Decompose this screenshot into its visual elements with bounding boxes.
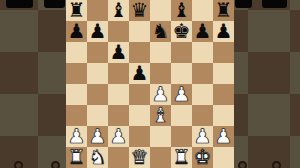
square-c5[interactable] [108,63,129,84]
square-f1[interactable]: ♜ [171,147,192,168]
black-rook[interactable]: ♜ [215,0,233,21]
square-h5[interactable] [213,63,234,84]
white-king[interactable]: ♚ [194,147,212,168]
white-rook[interactable]: ♜ [173,147,191,168]
square-f7[interactable]: ♚ [171,21,192,42]
square-f4[interactable]: ♟ [171,84,192,105]
black-pawn[interactable]: ♟ [89,21,107,42]
black-pawn[interactable]: ♟ [110,42,128,63]
black-pawn[interactable]: ♟ [68,21,86,42]
square-d8[interactable]: ♛ [129,0,150,21]
square-a7[interactable]: ♟ [66,21,87,42]
white-queen[interactable]: ♛ [131,147,149,168]
square-e1[interactable] [150,147,171,168]
square-f3[interactable] [171,105,192,126]
white-rook[interactable]: ♜ [68,147,86,168]
square-h6[interactable] [213,42,234,63]
square-a6[interactable] [66,42,87,63]
background-piece-top [272,161,281,168]
square-b6[interactable] [87,42,108,63]
square-e6[interactable] [150,42,171,63]
black-queen[interactable]: ♛ [131,0,149,21]
background-piece-top [14,161,23,168]
black-rook[interactable]: ♜ [68,0,86,21]
square-f6[interactable] [171,42,192,63]
square-d7[interactable] [129,21,150,42]
white-pawn[interactable]: ♟ [215,126,233,147]
background-piece-silhouette [262,0,287,8]
square-a4[interactable] [66,84,87,105]
background-piece-silhouette [235,0,252,8]
square-c6[interactable]: ♟ [108,42,129,63]
square-g1[interactable]: ♚ [192,147,213,168]
black-king[interactable]: ♚ [173,21,191,42]
white-pawn[interactable]: ♟ [173,84,191,105]
background-piece-silhouette [6,0,33,8]
square-b5[interactable] [87,63,108,84]
black-knight[interactable]: ♞ [152,21,170,42]
white-knight[interactable]: ♞ [89,147,107,168]
square-e3[interactable]: ♝ [150,105,171,126]
square-d4[interactable] [129,84,150,105]
square-c8[interactable]: ♝ [108,0,129,21]
background-piece-silhouette [44,0,65,8]
white-pawn[interactable]: ♟ [194,126,212,147]
square-c4[interactable] [108,84,129,105]
app-background: ♜♝♛♝♜♟♟♞♚♟♟♟♟♟♟♝♟♟♟♟♟♜♞♛♜♚ [0,0,300,168]
square-g4[interactable] [192,84,213,105]
square-d1[interactable]: ♛ [129,147,150,168]
square-h4[interactable] [213,84,234,105]
square-e2[interactable] [150,126,171,147]
white-pawn[interactable]: ♟ [68,126,86,147]
square-c2[interactable]: ♟ [108,126,129,147]
black-pawn[interactable]: ♟ [131,63,149,84]
square-b7[interactable]: ♟ [87,21,108,42]
square-e7[interactable]: ♞ [150,21,171,42]
black-bishop[interactable]: ♝ [110,0,128,21]
white-pawn[interactable]: ♟ [89,126,107,147]
white-pawn[interactable]: ♟ [152,84,170,105]
square-g7[interactable]: ♟ [192,21,213,42]
square-h2[interactable]: ♟ [213,126,234,147]
square-b1[interactable]: ♞ [87,147,108,168]
black-pawn[interactable]: ♟ [194,21,212,42]
square-a1[interactable]: ♜ [66,147,87,168]
square-d3[interactable] [129,105,150,126]
square-d5[interactable]: ♟ [129,63,150,84]
square-h1[interactable] [213,147,234,168]
white-bishop[interactable]: ♝ [152,105,170,126]
square-g6[interactable] [192,42,213,63]
black-pawn[interactable]: ♟ [215,21,233,42]
white-pawn[interactable]: ♟ [110,126,128,147]
square-b4[interactable] [87,84,108,105]
square-h7[interactable]: ♟ [213,21,234,42]
square-g5[interactable] [192,63,213,84]
chess-board: ♜♝♛♝♜♟♟♞♚♟♟♟♟♟♟♝♟♟♟♟♟♜♞♛♜♚ [66,0,234,168]
square-c1[interactable] [108,147,129,168]
black-bishop[interactable]: ♝ [173,0,191,21]
background-piece-top [238,161,247,168]
square-a5[interactable] [66,63,87,84]
background-piece-top [51,161,60,168]
